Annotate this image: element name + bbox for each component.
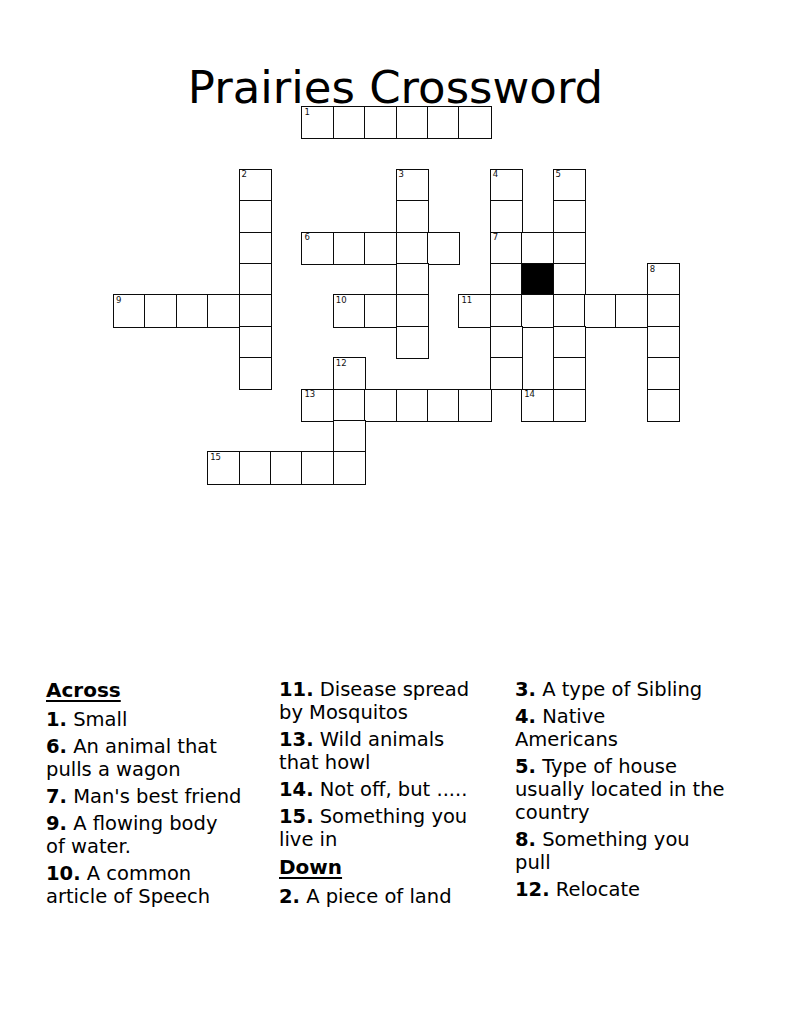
cell-r8-c17[interactable] [647,357,680,390]
cell-number-15: 15 [210,453,221,462]
clue-across-11: 11. Disease spread by Mosquitos [279,678,514,724]
cell-number-7: 7 [493,233,498,242]
cell-r7-c12[interactable] [490,326,523,359]
clue-across-9: 9. A flowing body of water. [46,812,271,858]
cell-r11-c4[interactable] [239,451,272,484]
clue-text: Type of house usually located in the cou… [515,755,725,824]
cell-number-9: 9 [116,296,121,305]
clue-number: 9. [46,812,67,835]
cell-r0-c7[interactable] [333,106,366,139]
clue-number: 13. [279,728,314,751]
cell-r5-c17[interactable]: 8 [647,263,680,296]
clue-down-4: 4. Native Americans [515,705,770,751]
clue-down-12: 12. Relocate [515,878,770,901]
clue-number: 5. [515,755,536,778]
cell-r11-c3[interactable]: 15 [207,451,240,484]
clue-across-6: 6. An animal that pulls a wagon [46,735,271,781]
cell-number-8: 8 [650,265,655,274]
cell-number-11: 11 [461,296,472,305]
clue-down-2: 2. A piece of land [279,885,514,908]
cell-r9-c14[interactable] [553,389,586,422]
cell-r4-c6[interactable]: 6 [301,232,334,265]
clue-number: 7. [46,785,67,808]
clue-number: 8. [515,828,536,851]
cell-number-3: 3 [399,170,404,179]
clue-text: Relocate [550,878,641,901]
cell-r6-c4[interactable] [239,294,272,327]
cell-r4-c10[interactable] [427,232,460,265]
cell-r10-c7[interactable] [333,420,366,453]
cell-r4-c9[interactable] [396,232,429,265]
cell-r8-c4[interactable] [239,357,272,390]
clues-heading-across: Across [46,678,271,702]
clue-text: A flowing body of water. [46,812,217,858]
clues-column-1: Across1. Small6. An animal that pulls a … [46,678,271,912]
cell-r9-c17[interactable] [647,389,680,422]
cell-r3-c9[interactable] [396,200,429,233]
crossword-grid: 123456789101112131415 [113,106,680,485]
cell-r9-c13[interactable]: 14 [521,389,554,422]
cell-number-6: 6 [304,233,309,242]
clues-column-2: 11. Disease spread by Mosquitos13. Wild … [279,678,514,912]
cell-r9-c11[interactable] [458,389,491,422]
cell-r4-c14[interactable] [553,232,586,265]
cell-number-1: 1 [304,108,309,117]
cell-r2-c14[interactable]: 5 [553,169,586,202]
cell-r6-c1[interactable] [144,294,177,327]
clue-down-3: 3. A type of Sibling [515,678,770,701]
cell-r6-c15[interactable] [584,294,617,327]
cell-r6-c0[interactable]: 9 [113,294,146,327]
cell-r5-c4[interactable] [239,263,272,296]
cell-r9-c6[interactable]: 13 [301,389,334,422]
cell-r2-c9[interactable]: 3 [396,169,429,202]
clue-number: 11. [279,678,314,701]
cell-number-5: 5 [556,170,561,179]
cell-r0-c9[interactable] [396,106,429,139]
clue-text: Man's best friend [67,785,241,808]
clues-heading-down: Down [279,855,514,879]
clue-down-8: 8. Something you pull [515,828,770,874]
cell-r0-c11[interactable] [458,106,491,139]
cell-r3-c14[interactable] [553,200,586,233]
clue-text: Something you pull [515,828,690,874]
cell-r4-c13[interactable] [521,232,554,265]
cell-r6-c11[interactable]: 11 [458,294,491,327]
cell-r8-c7[interactable]: 12 [333,357,366,390]
cell-r6-c14[interactable] [553,294,586,327]
cell-r6-c12[interactable] [490,294,523,327]
clue-across-10: 10. A common article of Speech [46,862,271,908]
clue-number: 2. [279,885,300,908]
cell-r7-c14[interactable] [553,326,586,359]
clue-number: 4. [515,705,536,728]
cell-r2-c4[interactable]: 2 [239,169,272,202]
cell-r2-c12[interactable]: 4 [490,169,523,202]
cell-number-12: 12 [336,359,347,368]
cell-r3-c4[interactable] [239,200,272,233]
cell-r11-c6[interactable] [301,451,334,484]
black-cell [521,263,554,296]
cell-r9-c10[interactable] [427,389,460,422]
cell-r3-c12[interactable] [490,200,523,233]
cell-r11-c5[interactable] [270,451,303,484]
clue-across-7: 7. Man's best friend [46,785,271,808]
clue-down-5: 5. Type of house usually located in the … [515,755,770,824]
clues-column-3: 3. A type of Sibling4. Native Americans5… [515,678,770,905]
cell-r7-c17[interactable] [647,326,680,359]
clue-across-13: 13. Wild animals that howl [279,728,514,774]
cell-r8-c12[interactable] [490,357,523,390]
cell-r0-c8[interactable] [364,106,397,139]
clue-number: 12. [515,878,550,901]
cell-number-13: 13 [304,390,315,399]
cell-r6-c17[interactable] [647,294,680,327]
clue-number: 15. [279,805,314,828]
cell-r4-c8[interactable] [364,232,397,265]
cell-r0-c6[interactable]: 1 [301,106,334,139]
cell-number-2: 2 [242,170,247,179]
cell-r9-c8[interactable] [364,389,397,422]
cell-r5-c12[interactable] [490,263,523,296]
cell-r5-c9[interactable] [396,263,429,296]
clue-number: 10. [46,862,81,885]
clue-number: 3. [515,678,536,701]
cell-r0-c10[interactable] [427,106,460,139]
cell-r6-c13[interactable] [521,294,554,327]
cell-r6-c8[interactable] [364,294,397,327]
clue-across-14: 14. Not off, but ..... [279,778,514,801]
clue-number: 14. [279,778,314,801]
clue-number: 6. [46,735,67,758]
cell-r4-c4[interactable] [239,232,272,265]
clue-across-1: 1. Small [46,708,271,731]
cell-r5-c14[interactable] [553,263,586,296]
cell-r8-c14[interactable] [553,357,586,390]
clue-text: An animal that pulls a wagon [46,735,217,781]
clue-across-15: 15. Something you live in [279,805,514,851]
cell-number-14: 14 [524,390,535,399]
cell-r4-c7[interactable] [333,232,366,265]
cell-r7-c9[interactable] [396,326,429,359]
cell-r4-c12[interactable]: 7 [490,232,523,265]
cell-r11-c7[interactable] [333,451,366,484]
cell-r6-c9[interactable] [396,294,429,327]
cell-r7-c4[interactable] [239,326,272,359]
cell-r6-c16[interactable] [615,294,648,327]
cell-number-4: 4 [493,170,498,179]
clue-text: A type of Sibling [536,678,702,701]
cell-r6-c7[interactable]: 10 [333,294,366,327]
cell-r6-c3[interactable] [207,294,240,327]
cell-r9-c7[interactable] [333,389,366,422]
cell-r6-c2[interactable] [176,294,209,327]
cell-r9-c9[interactable] [396,389,429,422]
clue-text: Small [67,708,127,731]
cell-number-10: 10 [336,296,347,305]
clue-text: A piece of land [300,885,452,908]
clue-text: Not off, but ..... [314,778,468,801]
clue-number: 1. [46,708,67,731]
